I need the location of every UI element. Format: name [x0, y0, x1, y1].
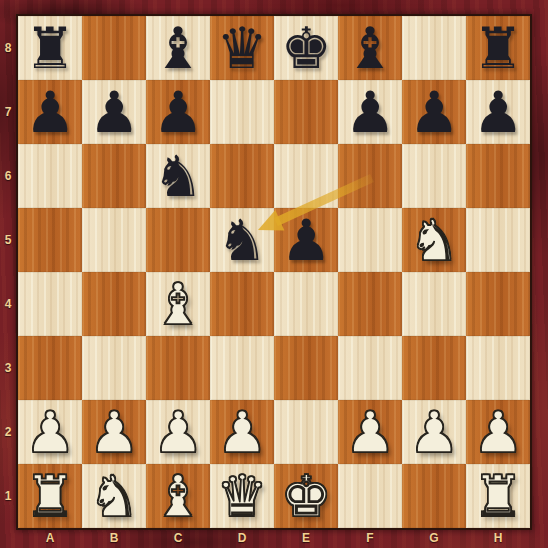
square-h4[interactable]	[466, 272, 530, 336]
piece-white-pawn-d2[interactable]: ♟	[210, 400, 274, 464]
square-b7[interactable]: ♟	[82, 80, 146, 144]
square-h7[interactable]: ♟	[466, 80, 530, 144]
piece-white-bishop-c4[interactable]: ♝	[146, 272, 210, 336]
file-label-e: E	[302, 531, 310, 545]
piece-black-knight-d5[interactable]: ♞	[210, 208, 274, 272]
square-b1[interactable]: ♞	[82, 464, 146, 528]
piece-black-bishop-f8[interactable]: ♝	[338, 16, 402, 80]
square-a8[interactable]: ♜	[18, 16, 82, 80]
piece-white-rook-a1[interactable]: ♜	[18, 464, 82, 528]
square-d3[interactable]	[210, 336, 274, 400]
piece-black-pawn-f7[interactable]: ♟	[338, 80, 402, 144]
square-b5[interactable]	[82, 208, 146, 272]
square-c5[interactable]	[146, 208, 210, 272]
rank-label-7: 7	[5, 105, 12, 119]
piece-white-pawn-c2[interactable]: ♟	[146, 400, 210, 464]
piece-black-rook-h8[interactable]: ♜	[466, 16, 530, 80]
square-d4[interactable]	[210, 272, 274, 336]
piece-black-pawn-c7[interactable]: ♟	[146, 80, 210, 144]
square-e8[interactable]: ♚	[274, 16, 338, 80]
piece-black-pawn-a7[interactable]: ♟	[18, 80, 82, 144]
square-a2[interactable]: ♟	[18, 400, 82, 464]
square-h6[interactable]	[466, 144, 530, 208]
piece-white-pawn-f2[interactable]: ♟	[338, 400, 402, 464]
square-f5[interactable]	[338, 208, 402, 272]
piece-black-king-e8[interactable]: ♚	[274, 16, 338, 80]
square-d2[interactable]: ♟	[210, 400, 274, 464]
piece-black-bishop-c8[interactable]: ♝	[146, 16, 210, 80]
square-e7[interactable]	[274, 80, 338, 144]
square-g8[interactable]	[402, 16, 466, 80]
piece-black-queen-d8[interactable]: ♛	[210, 16, 274, 80]
square-b6[interactable]	[82, 144, 146, 208]
square-h1[interactable]: ♜	[466, 464, 530, 528]
square-c4[interactable]: ♝	[146, 272, 210, 336]
square-a5[interactable]	[18, 208, 82, 272]
piece-white-pawn-g2[interactable]: ♟	[402, 400, 466, 464]
square-b2[interactable]: ♟	[82, 400, 146, 464]
square-a7[interactable]: ♟	[18, 80, 82, 144]
square-a3[interactable]	[18, 336, 82, 400]
square-f7[interactable]: ♟	[338, 80, 402, 144]
rank-label-3: 3	[5, 361, 12, 375]
square-h3[interactable]	[466, 336, 530, 400]
file-label-d: D	[238, 531, 247, 545]
square-a1[interactable]: ♜	[18, 464, 82, 528]
rank-label-8: 8	[5, 41, 12, 55]
square-g2[interactable]: ♟	[402, 400, 466, 464]
rank-label-2: 2	[5, 425, 12, 439]
square-c3[interactable]	[146, 336, 210, 400]
square-g3[interactable]	[402, 336, 466, 400]
square-e4[interactable]	[274, 272, 338, 336]
piece-white-pawn-b2[interactable]: ♟	[82, 400, 146, 464]
square-f6[interactable]	[338, 144, 402, 208]
square-g1[interactable]	[402, 464, 466, 528]
square-f8[interactable]: ♝	[338, 16, 402, 80]
square-h8[interactable]: ♜	[466, 16, 530, 80]
square-c6[interactable]: ♞	[146, 144, 210, 208]
piece-white-pawn-a2[interactable]: ♟	[18, 400, 82, 464]
piece-black-knight-c6[interactable]: ♞	[146, 144, 210, 208]
piece-black-pawn-e5[interactable]: ♟	[274, 208, 338, 272]
square-d8[interactable]: ♛	[210, 16, 274, 80]
piece-white-queen-d1[interactable]: ♛	[210, 464, 274, 528]
square-g4[interactable]	[402, 272, 466, 336]
square-e6[interactable]	[274, 144, 338, 208]
piece-white-knight-b1[interactable]: ♞	[82, 464, 146, 528]
piece-white-pawn-h2[interactable]: ♟	[466, 400, 530, 464]
file-label-g: G	[429, 531, 438, 545]
square-f3[interactable]	[338, 336, 402, 400]
rank-label-4: 4	[5, 297, 12, 311]
piece-white-rook-h1[interactable]: ♜	[466, 464, 530, 528]
chess-diagram: ♜♝♛♚♝♜♟♟♟♟♟♟♞♞♟♞♝♟♟♟♟♟♟♟♜♞♝♛♚♜ 87654321A…	[0, 0, 548, 548]
square-c1[interactable]: ♝	[146, 464, 210, 528]
square-f1[interactable]	[338, 464, 402, 528]
chess-board: ♜♝♛♚♝♜♟♟♟♟♟♟♞♞♟♞♝♟♟♟♟♟♟♟♜♞♝♛♚♜	[18, 16, 530, 528]
rank-label-1: 1	[5, 489, 12, 503]
square-a4[interactable]	[18, 272, 82, 336]
file-label-a: A	[46, 531, 55, 545]
piece-black-rook-a8[interactable]: ♜	[18, 16, 82, 80]
piece-black-pawn-b7[interactable]: ♟	[82, 80, 146, 144]
file-label-c: C	[174, 531, 183, 545]
square-h2[interactable]: ♟	[466, 400, 530, 464]
square-g5[interactable]: ♞	[402, 208, 466, 272]
square-d7[interactable]	[210, 80, 274, 144]
square-e1[interactable]: ♚	[274, 464, 338, 528]
square-c7[interactable]: ♟	[146, 80, 210, 144]
piece-white-king-e1[interactable]: ♚	[274, 464, 338, 528]
square-f4[interactable]	[338, 272, 402, 336]
piece-black-pawn-h7[interactable]: ♟	[466, 80, 530, 144]
file-label-b: B	[110, 531, 119, 545]
piece-black-pawn-g7[interactable]: ♟	[402, 80, 466, 144]
square-c8[interactable]: ♝	[146, 16, 210, 80]
square-a6[interactable]	[18, 144, 82, 208]
square-b4[interactable]	[82, 272, 146, 336]
square-e2[interactable]	[274, 400, 338, 464]
square-g7[interactable]: ♟	[402, 80, 466, 144]
square-e3[interactable]	[274, 336, 338, 400]
square-b3[interactable]	[82, 336, 146, 400]
file-label-h: H	[494, 531, 503, 545]
rank-label-5: 5	[5, 233, 12, 247]
square-d5[interactable]: ♞	[210, 208, 274, 272]
square-d1[interactable]: ♛	[210, 464, 274, 528]
square-e5[interactable]: ♟	[274, 208, 338, 272]
square-d6[interactable]	[210, 144, 274, 208]
square-f2[interactable]: ♟	[338, 400, 402, 464]
square-g6[interactable]	[402, 144, 466, 208]
piece-white-knight-g5[interactable]: ♞	[402, 208, 466, 272]
piece-white-bishop-c1[interactable]: ♝	[146, 464, 210, 528]
square-c2[interactable]: ♟	[146, 400, 210, 464]
square-h5[interactable]	[466, 208, 530, 272]
square-b8[interactable]	[82, 16, 146, 80]
file-label-f: F	[366, 531, 373, 545]
rank-label-6: 6	[5, 169, 12, 183]
